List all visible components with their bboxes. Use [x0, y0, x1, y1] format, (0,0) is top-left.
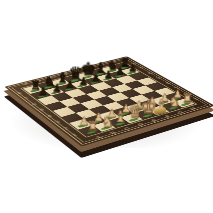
square-f5 — [111, 84, 132, 93]
product-photo-stage: ♜♞♝♛♚♝♞♜♟♟♟♟♟♟♟♟♟♟♟♟♟♟♟♟♜♞♝♛♚♝♞♜ ABCDEFG… — [0, 0, 213, 213]
piece-light-rook: ♜ — [84, 120, 101, 133]
piece-dark-pawn: ♟ — [35, 86, 51, 97]
piece-dark-pawn: ♟ — [49, 83, 64, 93]
